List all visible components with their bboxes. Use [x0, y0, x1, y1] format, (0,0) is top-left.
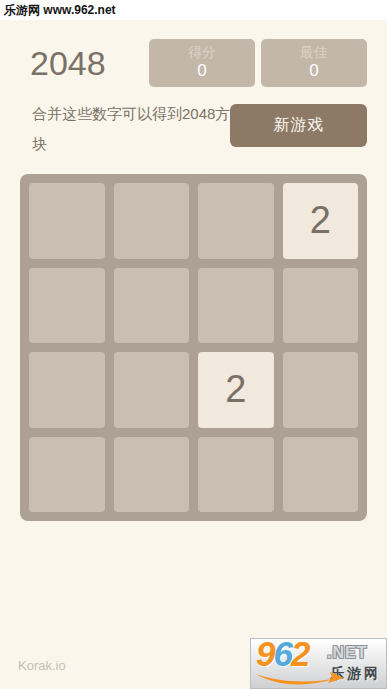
logo-net-text: .NET	[327, 644, 367, 662]
board-cell-r1c3	[283, 268, 359, 344]
board-cell-r0c2	[198, 183, 274, 259]
logo-number: 962	[256, 635, 308, 674]
developer-watermark: Korak.io	[18, 658, 66, 673]
score-label: 得分	[188, 44, 216, 61]
board-cell-r2c2: 2	[198, 352, 274, 428]
score-box: 得分 0	[149, 39, 255, 87]
app-screen: { "game": "2048", "position": { "grid": …	[0, 0, 387, 689]
board-cell-r0c0	[29, 183, 105, 259]
game-header: 2048 得分 0 最佳 0	[30, 38, 367, 88]
board-cell-r3c2	[198, 437, 274, 513]
logo-digit-6: 6	[273, 634, 290, 673]
intro-row: 合并这些数字可以得到2048方块 新游戏	[32, 99, 367, 159]
site-name-label: 乐游网 www.962.net	[0, 0, 122, 19]
board-cell-r2c0	[29, 352, 105, 428]
logo-digit-2: 2	[291, 634, 308, 673]
game-description: 合并这些数字可以得到2048方块	[32, 99, 230, 159]
best-label: 最佳	[300, 44, 328, 61]
board-cell-r1c1	[114, 268, 190, 344]
scoreboard: 得分 0 最佳 0	[149, 39, 367, 87]
game-board[interactable]: 2 2	[20, 174, 367, 521]
board-cell-r2c3	[283, 352, 359, 428]
board-cell-r0c3: 2	[283, 183, 359, 259]
board-cell-r0c1	[114, 183, 190, 259]
best-value: 0	[309, 61, 318, 81]
logo-digit-9: 9	[256, 634, 273, 673]
score-value: 0	[197, 61, 206, 81]
best-box: 最佳 0	[261, 39, 367, 87]
site-header-bar: 乐游网 www.962.net	[0, 0, 387, 20]
962net-logo: 962 .NET 乐游网	[250, 638, 387, 689]
board-cell-r3c0	[29, 437, 105, 513]
board-cell-r3c1	[114, 437, 190, 513]
new-game-button[interactable]: 新游戏	[230, 104, 367, 147]
board-cell-r3c3	[283, 437, 359, 513]
board-cell-r1c0	[29, 268, 105, 344]
swoosh-arrow-icon	[254, 670, 346, 688]
page-title: 2048	[30, 44, 106, 83]
board-cell-r2c1	[114, 352, 190, 428]
board-cell-r1c2	[198, 268, 274, 344]
